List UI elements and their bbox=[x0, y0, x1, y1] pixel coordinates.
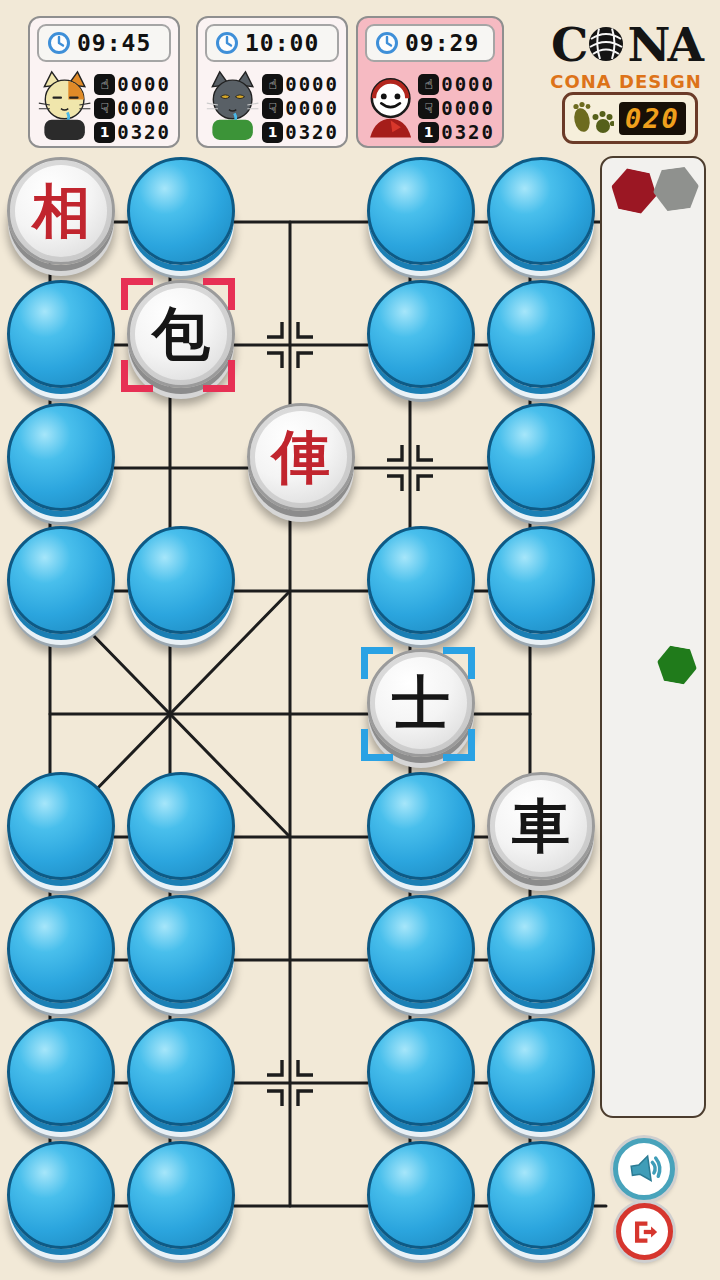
hidden-piece-r9c5[interactable] bbox=[487, 1141, 595, 1249]
hidden-piece-r9c1[interactable] bbox=[7, 1141, 115, 1249]
cona-logo: C NA CONA DESIGN bbox=[540, 18, 712, 92]
exit-button[interactable] bbox=[616, 1203, 673, 1260]
player-card-1: 09:45 ☝0000 ☟0000 10320 bbox=[28, 16, 180, 148]
count-icon: 1 bbox=[418, 122, 439, 143]
clock-icon bbox=[46, 30, 72, 56]
hidden-piece-r6c4[interactable] bbox=[367, 772, 475, 880]
logo-subtitle: CONA DESIGN bbox=[540, 71, 712, 92]
hidden-piece-r2c5[interactable] bbox=[487, 280, 595, 388]
hidden-piece-r4c4[interactable] bbox=[367, 526, 475, 634]
player-card-3-active: 09:29 ☝0000 ☟0000 10320 bbox=[356, 16, 504, 148]
token-track-panel bbox=[600, 156, 706, 1118]
hidden-piece-r7c2[interactable] bbox=[127, 895, 235, 1003]
dislike-icon: ☟ bbox=[262, 98, 283, 119]
player3-stats: ☝0000 ☟0000 10320 bbox=[418, 73, 495, 143]
dark-red-hexagon-token bbox=[607, 165, 661, 218]
player3-likes: 0000 bbox=[441, 73, 495, 95]
hidden-piece-r7c5[interactable] bbox=[487, 895, 595, 1003]
player3-timer: 09:29 bbox=[405, 30, 479, 56]
player1-dislikes: 0000 bbox=[117, 97, 171, 119]
player-card-2: 10:00 ☝0000 ☟0000 10320 bbox=[196, 16, 348, 148]
piece-character: 相 bbox=[32, 182, 90, 240]
hidden-piece-r6c1[interactable] bbox=[7, 772, 115, 880]
hidden-piece-r7c4[interactable] bbox=[367, 895, 475, 1003]
like-icon: ☝ bbox=[418, 74, 439, 95]
gray-hexagon-token bbox=[650, 164, 702, 214]
count-icon: 1 bbox=[262, 122, 283, 143]
hidden-piece-r3c1[interactable] bbox=[7, 403, 115, 511]
point-marker bbox=[267, 1060, 313, 1106]
clock-icon bbox=[374, 30, 400, 56]
player1-clock: 09:45 bbox=[37, 24, 171, 62]
hidden-piece-r2c4[interactable] bbox=[367, 280, 475, 388]
hidden-piece-r8c2[interactable] bbox=[127, 1018, 235, 1126]
hidden-piece-r7c1[interactable] bbox=[7, 895, 115, 1003]
green-hexagon-token bbox=[654, 643, 700, 687]
hidden-piece-r1c4[interactable] bbox=[367, 157, 475, 265]
sound-button[interactable] bbox=[613, 1138, 675, 1200]
piece-character: 士 bbox=[392, 674, 450, 732]
hidden-piece-r9c2[interactable] bbox=[127, 1141, 235, 1249]
player1-score: 0320 bbox=[117, 121, 171, 143]
dislike-icon: ☟ bbox=[94, 98, 115, 119]
like-icon: ☝ bbox=[94, 74, 115, 95]
logo-letters-na: NA bbox=[627, 17, 700, 72]
hidden-piece-r4c1[interactable] bbox=[7, 526, 115, 634]
piece-character: 車 bbox=[512, 797, 570, 855]
hidden-piece-r8c1[interactable] bbox=[7, 1018, 115, 1126]
point-marker bbox=[387, 445, 433, 491]
piece-character: 俥 bbox=[272, 428, 330, 486]
player3-dislikes: 0000 bbox=[441, 97, 495, 119]
piece-俥-r3c3[interactable]: 俥 bbox=[247, 403, 355, 511]
banqi-game-screen: { "game": { "name": "Banqi (dark Chinese… bbox=[0, 0, 720, 1280]
clock-icon bbox=[214, 30, 240, 56]
hidden-piece-r9c4[interactable] bbox=[367, 1141, 475, 1249]
step-count-value: 020 bbox=[619, 102, 686, 135]
point-marker bbox=[267, 322, 313, 368]
step-counter: 020 bbox=[562, 92, 698, 144]
hidden-piece-r2c1[interactable] bbox=[7, 280, 115, 388]
logo-letter-c: C bbox=[551, 17, 585, 72]
player3-score: 0320 bbox=[441, 121, 495, 143]
player1-likes: 0000 bbox=[117, 73, 171, 95]
gray-cat-avatar bbox=[205, 67, 260, 143]
hidden-piece-r8c4[interactable] bbox=[367, 1018, 475, 1126]
player2-timer: 10:00 bbox=[245, 30, 319, 56]
player1-timer: 09:45 bbox=[77, 30, 151, 56]
hidden-piece-r4c5[interactable] bbox=[487, 526, 595, 634]
dislike-icon: ☟ bbox=[418, 98, 439, 119]
exit-door-arrow-icon bbox=[628, 1215, 662, 1249]
yarn-ball-icon bbox=[586, 24, 626, 64]
hidden-piece-r1c5[interactable] bbox=[487, 157, 595, 265]
player1-stats: ☝0000 ☟0000 10320 bbox=[94, 73, 171, 143]
piece-相-r1c1[interactable]: 相 bbox=[7, 157, 115, 265]
hidden-piece-r4c2[interactable] bbox=[127, 526, 235, 634]
piece-士-r5c4[interactable]: 士 bbox=[367, 649, 475, 757]
player2-clock: 10:00 bbox=[205, 24, 339, 62]
piece-character: 包 bbox=[152, 305, 210, 363]
orange-cat-avatar bbox=[37, 67, 92, 143]
piece-包-r2c2[interactable]: 包 bbox=[127, 280, 235, 388]
piece-車-r6c5[interactable]: 車 bbox=[487, 772, 595, 880]
hidden-piece-r1c2[interactable] bbox=[127, 157, 235, 265]
paw-footprints-icon bbox=[572, 100, 614, 136]
player3-clock: 09:29 bbox=[365, 24, 495, 62]
hidden-piece-r8c5[interactable] bbox=[487, 1018, 595, 1126]
player2-score: 0320 bbox=[285, 121, 339, 143]
player2-stats: ☝0000 ☟0000 10320 bbox=[262, 73, 339, 143]
like-icon: ☝ bbox=[262, 74, 283, 95]
player2-likes: 0000 bbox=[285, 73, 339, 95]
speaker-icon bbox=[621, 1146, 666, 1191]
red-hood-person-avatar bbox=[365, 67, 416, 143]
player2-dislikes: 0000 bbox=[285, 97, 339, 119]
hidden-piece-r6c2[interactable] bbox=[127, 772, 235, 880]
hidden-piece-r3c5[interactable] bbox=[487, 403, 595, 511]
count-icon: 1 bbox=[94, 122, 115, 143]
